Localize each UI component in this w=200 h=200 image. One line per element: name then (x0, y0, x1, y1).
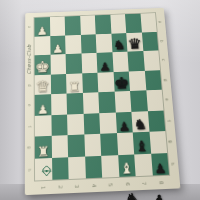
square-c5[interactable]: ♟ (97, 52, 114, 72)
chess-board-mat: Chess-Club ♟♟♞♛♚♟♛♜♚♟♟♞♜♝♝♟ 12345678 abc… (25, 8, 181, 195)
square-h5[interactable] (101, 155, 119, 178)
coord-right-f: f (158, 116, 181, 124)
board-wrap: Chess-Club ♟♟♞♛♚♟♛♜♚♟♟♞♜♝♝♟ 12345678 abc… (25, 8, 181, 195)
square-a1[interactable]: ♟ (34, 17, 49, 36)
black-queen[interactable]: ♛ (127, 37, 142, 52)
square-g4[interactable] (84, 134, 101, 156)
black-knight[interactable]: ♞ (113, 39, 126, 52)
square-a2[interactable] (50, 17, 66, 36)
square-c6[interactable] (112, 52, 129, 72)
square-g6[interactable] (116, 132, 134, 154)
square-d1[interactable]: ♛ (35, 74, 51, 95)
coord-right-d: d (155, 76, 177, 84)
square-c4[interactable] (81, 53, 97, 73)
white-king[interactable]: ♚ (35, 59, 50, 75)
square-e7[interactable] (130, 90, 147, 111)
square-e3[interactable] (67, 93, 84, 114)
square-g5[interactable] (100, 133, 117, 155)
square-c3[interactable] (66, 53, 82, 73)
coord-bottom-1: 1 (39, 179, 48, 196)
board-grid: ♟♟♞♛♚♟♛♜♚♟♟♞♜♝♝♟ (34, 13, 169, 180)
black-bishop[interactable]: ♝ (135, 139, 149, 154)
square-b5[interactable] (96, 33, 112, 53)
square-d6[interactable]: ♚ (113, 71, 130, 92)
square-f7[interactable]: ♞ (131, 111, 149, 133)
black-king[interactable]: ♚ (113, 75, 129, 92)
coord-right-a: a (150, 18, 171, 25)
square-g2[interactable] (51, 135, 68, 157)
square-b4[interactable] (80, 34, 96, 54)
square-e1[interactable]: ♟ (35, 94, 51, 115)
coord-right-c: c (153, 56, 175, 64)
black-pawn[interactable]: ♟ (99, 60, 111, 72)
square-a4[interactable] (80, 15, 96, 34)
coord-left-b: b (19, 42, 40, 50)
square-c2[interactable] (50, 54, 66, 74)
square-e6[interactable] (114, 91, 131, 112)
white-bishop[interactable]: ♝ (120, 161, 134, 176)
coord-left-h: h (19, 165, 42, 174)
square-a5[interactable] (95, 15, 111, 34)
square-c7[interactable] (127, 51, 144, 71)
square-h7[interactable] (134, 153, 152, 176)
square-c1[interactable]: ♚ (35, 55, 51, 75)
square-d4[interactable] (82, 72, 99, 93)
photo-viewport: Chess-Club ♟♟♞♛♚♟♛♜♚♟♟♞♜♝♝♟ 12345678 abc… (0, 0, 200, 200)
square-b6[interactable]: ♞ (111, 33, 127, 53)
square-g3[interactable] (68, 134, 85, 156)
white-rook[interactable]: ♜ (68, 81, 80, 94)
white-pawn[interactable]: ♟ (52, 43, 63, 54)
white-queen[interactable]: ♛ (35, 79, 50, 95)
square-f2[interactable] (51, 114, 68, 136)
square-a6[interactable] (110, 14, 126, 33)
left-coordinates: abcdefgh (26, 18, 34, 181)
board-corner-ornament-icon (39, 164, 54, 180)
square-b7[interactable]: ♛ (126, 32, 143, 52)
white-pawn[interactable]: ♟ (37, 103, 48, 115)
captured-black-piece: ♟ (151, 193, 167, 200)
square-b3[interactable] (65, 35, 81, 55)
square-e2[interactable] (51, 94, 67, 115)
square-a3[interactable] (65, 16, 81, 35)
square-e4[interactable] (82, 92, 99, 113)
square-f5[interactable] (99, 112, 116, 134)
square-h3[interactable] (68, 156, 85, 179)
square-h4[interactable] (85, 155, 103, 178)
white-pawn[interactable]: ♟ (37, 25, 48, 36)
square-g7[interactable]: ♝ (133, 132, 151, 154)
square-d7[interactable] (129, 70, 146, 91)
square-d5[interactable] (97, 72, 114, 93)
coord-bottom-8: 8 (156, 174, 166, 191)
coord-left-f: f (19, 122, 41, 130)
square-f4[interactable] (83, 113, 100, 135)
coord-bottom-3: 3 (72, 178, 82, 195)
square-g1[interactable]: ♜ (35, 136, 52, 158)
coord-bottom-4: 4 (89, 177, 99, 194)
coord-right-g: g (160, 137, 183, 146)
square-f6[interactable]: ♟ (115, 111, 132, 133)
square-e5[interactable] (98, 92, 115, 113)
square-f3[interactable] (67, 113, 84, 135)
square-b2[interactable]: ♟ (50, 35, 66, 55)
coord-bottom-5: 5 (106, 176, 116, 193)
white-rook[interactable]: ♜ (37, 144, 50, 158)
black-knight[interactable]: ♞ (133, 118, 147, 133)
black-pawn[interactable]: ♟ (118, 120, 130, 133)
black-pawn[interactable]: ♟ (154, 162, 167, 175)
square-d2[interactable] (50, 74, 66, 95)
coord-bottom-2: 2 (56, 178, 66, 195)
square-a7[interactable] (125, 14, 141, 33)
coord-right-e: e (156, 96, 178, 104)
square-d3[interactable]: ♜ (66, 73, 82, 94)
square-h6[interactable]: ♝ (118, 154, 136, 177)
captured-black-piece: ♞ (124, 191, 141, 200)
coord-right-b: b (151, 37, 172, 45)
